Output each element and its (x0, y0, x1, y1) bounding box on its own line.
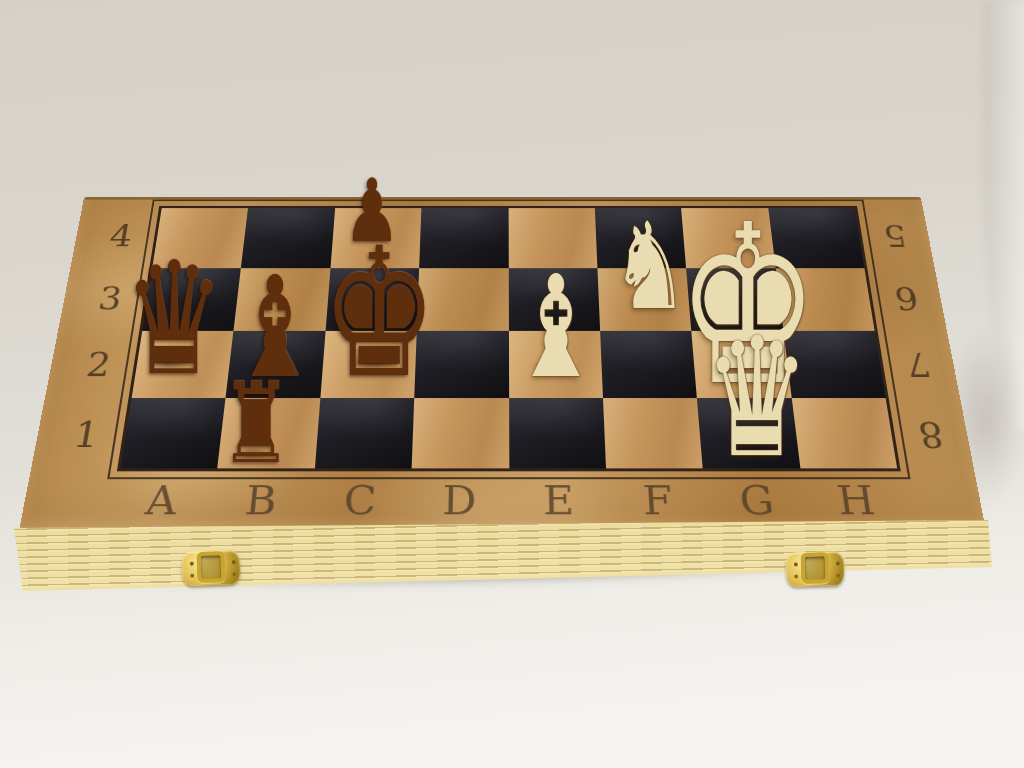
white-queen-g1[interactable]: ♛ (704, 316, 811, 481)
pieces-layer: ♟♞♛♚♝♝♚♜♛ (0, 0, 1024, 768)
dark-king-c2[interactable]: ♚ (321, 224, 436, 403)
dark-queen-a2[interactable]: ♛ (124, 241, 225, 397)
photo-stage: 4321 5678 ABCDEFGH ♟♞♛♚♝♝♚♜♛ (0, 0, 1024, 768)
dark-rook-b1[interactable]: ♜ (220, 368, 292, 479)
white-bishop-e2[interactable]: ♝ (510, 257, 601, 398)
